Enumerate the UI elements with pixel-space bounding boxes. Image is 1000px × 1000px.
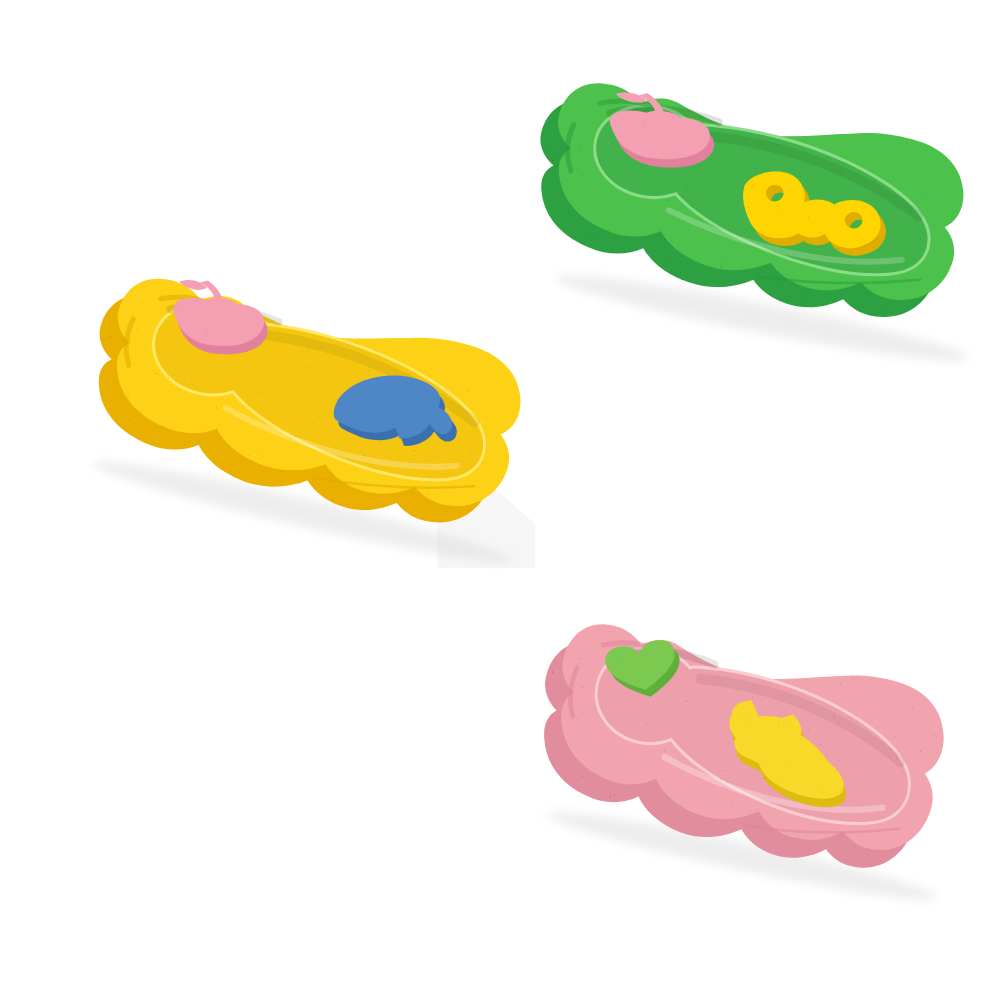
green-sponge — [518, 69, 974, 334]
product-photo-canvas — [0, 0, 1000, 1000]
product-photo — [0, 0, 1000, 1000]
